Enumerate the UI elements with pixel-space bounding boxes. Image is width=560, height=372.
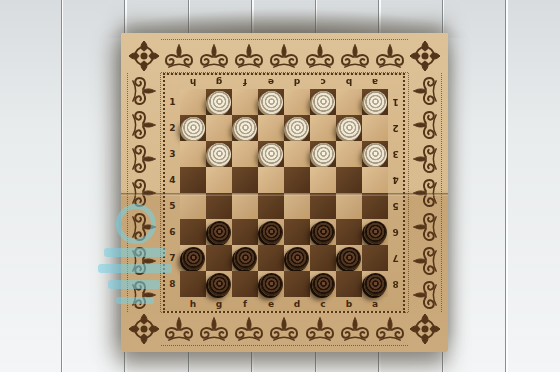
square-h4[interactable] xyxy=(180,167,206,193)
square-a3[interactable] xyxy=(362,141,388,167)
white-man-h2[interactable] xyxy=(182,117,205,140)
file-label-h: h xyxy=(180,297,206,311)
file-label-g: g xyxy=(206,297,232,311)
square-b4[interactable] xyxy=(336,167,362,193)
square-f2[interactable] xyxy=(232,115,258,141)
square-g2[interactable] xyxy=(206,115,232,141)
scroll-ornament-motif xyxy=(412,278,438,311)
square-h7[interactable] xyxy=(180,245,206,271)
square-d5[interactable] xyxy=(284,193,310,219)
square-e6[interactable] xyxy=(258,219,284,245)
file-label-b: b xyxy=(336,297,362,311)
scroll-ornament-motif xyxy=(338,43,372,69)
black-man-d7[interactable] xyxy=(286,247,309,270)
file-label-d: d xyxy=(284,75,310,89)
scroll-ornament-motif xyxy=(373,316,407,342)
board-fold-hinge xyxy=(121,193,448,196)
black-man-a6[interactable] xyxy=(364,221,387,244)
square-d3[interactable] xyxy=(284,141,310,167)
square-c6[interactable] xyxy=(310,219,336,245)
square-c2[interactable] xyxy=(310,115,336,141)
rank-label-8: 8 xyxy=(165,271,180,297)
black-man-f7[interactable] xyxy=(234,247,257,270)
square-c1[interactable] xyxy=(310,89,336,115)
square-c7[interactable] xyxy=(310,245,336,271)
scroll-ornament-motif xyxy=(412,108,438,141)
file-label-c: c xyxy=(310,297,336,311)
rank-label-4: 4 xyxy=(388,167,403,193)
square-f5[interactable] xyxy=(232,193,258,219)
scroll-ornament-motif xyxy=(412,142,438,175)
corner-rosette-icon xyxy=(408,39,442,73)
scroll-ornament-motif xyxy=(303,316,337,342)
square-e1[interactable] xyxy=(258,89,284,115)
ornament-band-bottom xyxy=(161,312,408,346)
rank-label-3: 3 xyxy=(388,141,403,167)
file-labels-bottom: hgfedcba xyxy=(180,297,388,311)
scroll-ornament-motif xyxy=(303,43,337,69)
square-a1[interactable] xyxy=(362,89,388,115)
square-a5[interactable] xyxy=(362,193,388,219)
black-man-g8[interactable] xyxy=(208,273,231,296)
white-man-c3[interactable] xyxy=(312,143,335,166)
square-h6[interactable] xyxy=(180,219,206,245)
square-e4[interactable] xyxy=(258,167,284,193)
scroll-ornament-motif xyxy=(131,108,157,141)
scroll-ornament-motif xyxy=(131,74,157,108)
square-a2[interactable] xyxy=(362,115,388,141)
white-man-g1[interactable] xyxy=(208,91,231,114)
file-labels-top: hgfedcba xyxy=(180,75,388,89)
scroll-ornament-motif xyxy=(412,74,438,107)
square-f8[interactable] xyxy=(232,271,258,297)
square-f7[interactable] xyxy=(232,245,258,271)
square-d8[interactable] xyxy=(284,271,310,297)
scroll-ornament-motif xyxy=(162,316,196,342)
black-man-e8[interactable] xyxy=(260,273,283,296)
rank-label-1: 1 xyxy=(165,89,180,115)
square-a4[interactable] xyxy=(362,167,388,193)
square-h8[interactable] xyxy=(180,271,206,297)
scroll-ornament-motif xyxy=(131,244,157,278)
scroll-ornament-motif xyxy=(131,244,157,277)
square-b8[interactable] xyxy=(336,271,362,297)
square-f4[interactable] xyxy=(232,167,258,193)
scroll-ornament-motif xyxy=(412,74,438,108)
square-e3[interactable] xyxy=(258,141,284,167)
file-label-e: e xyxy=(258,75,284,89)
white-man-d2[interactable] xyxy=(286,117,309,140)
square-d4[interactable] xyxy=(284,167,310,193)
square-d7[interactable] xyxy=(284,245,310,271)
scroll-ornament-motif xyxy=(267,43,301,69)
square-d1[interactable] xyxy=(284,89,310,115)
white-man-a3[interactable] xyxy=(364,143,387,166)
file-label-f: f xyxy=(232,297,258,311)
corner-rosette-icon xyxy=(127,39,161,73)
rank-label-2: 2 xyxy=(388,115,403,141)
black-man-b7[interactable] xyxy=(338,247,361,270)
square-b2[interactable] xyxy=(336,115,362,141)
white-man-e1[interactable] xyxy=(260,91,283,114)
file-label-g: g xyxy=(206,75,232,89)
square-g1[interactable] xyxy=(206,89,232,115)
square-d6[interactable] xyxy=(284,219,310,245)
square-a7[interactable] xyxy=(362,245,388,271)
scroll-ornament-motif xyxy=(131,210,157,244)
square-h3[interactable] xyxy=(180,141,206,167)
file-label-b: b xyxy=(336,75,362,89)
scroll-ornament-motif xyxy=(412,244,438,278)
black-man-e6[interactable] xyxy=(260,221,283,244)
rank-label-1: 1 xyxy=(388,89,403,115)
white-man-a1[interactable] xyxy=(364,91,387,114)
square-g5[interactable] xyxy=(206,193,232,219)
square-h5[interactable] xyxy=(180,193,206,219)
file-label-h: h xyxy=(180,75,206,89)
scroll-ornament-motif xyxy=(373,43,407,69)
square-e8[interactable] xyxy=(258,271,284,297)
rank-label-5: 5 xyxy=(388,193,403,219)
white-man-c1[interactable] xyxy=(312,91,335,114)
scroll-ornament-motif xyxy=(412,210,438,244)
black-man-h7[interactable] xyxy=(182,247,205,270)
scroll-ornament-motif xyxy=(232,43,266,69)
square-g8[interactable] xyxy=(206,271,232,297)
file-label-d: d xyxy=(284,297,310,311)
square-b6[interactable] xyxy=(336,219,362,245)
square-b3[interactable] xyxy=(336,141,362,167)
square-e2[interactable] xyxy=(258,115,284,141)
white-man-b2[interactable] xyxy=(338,117,361,140)
square-g7[interactable] xyxy=(206,245,232,271)
scroll-ornament-motif xyxy=(197,316,231,342)
square-g3[interactable] xyxy=(206,141,232,167)
scroll-ornament-motif xyxy=(412,244,438,277)
scroll-ornament-motif xyxy=(131,74,157,107)
file-label-a: a xyxy=(362,297,388,311)
scroll-ornament-motif xyxy=(232,316,266,342)
square-g6[interactable] xyxy=(206,219,232,245)
black-man-a8[interactable] xyxy=(364,273,387,296)
square-c5[interactable] xyxy=(310,193,336,219)
square-f3[interactable] xyxy=(232,141,258,167)
square-b7[interactable] xyxy=(336,245,362,271)
square-b1[interactable] xyxy=(336,89,362,115)
black-man-c8[interactable] xyxy=(312,273,335,296)
checkers-board: hgfedcba 12345678 12345678 hgfedcba xyxy=(121,33,448,352)
rank-label-3: 3 xyxy=(165,141,180,167)
square-d2[interactable] xyxy=(284,115,310,141)
white-man-e3[interactable] xyxy=(260,143,283,166)
photo-scene: hgfedcba 12345678 12345678 hgfedcba xyxy=(0,0,560,372)
scroll-ornament-motif xyxy=(338,316,372,342)
corner-rosette-icon xyxy=(127,312,161,346)
scroll-ornament-motif xyxy=(131,142,157,176)
corner-rosette-icon xyxy=(408,312,442,346)
rank-label-5: 5 xyxy=(165,193,180,219)
scroll-ornament-motif xyxy=(131,278,157,311)
black-man-c6[interactable] xyxy=(312,221,335,244)
black-man-g6[interactable] xyxy=(208,221,231,244)
rank-label-7: 7 xyxy=(165,245,180,271)
scroll-ornament-motif xyxy=(412,142,438,176)
ornament-band-top xyxy=(161,39,408,73)
square-c3[interactable] xyxy=(310,141,336,167)
square-b5[interactable] xyxy=(336,193,362,219)
file-label-f: f xyxy=(232,75,258,89)
white-man-g3[interactable] xyxy=(208,143,231,166)
square-c4[interactable] xyxy=(310,167,336,193)
square-h1[interactable] xyxy=(180,89,206,115)
scroll-ornament-motif xyxy=(267,316,301,342)
square-e7[interactable] xyxy=(258,245,284,271)
scroll-ornament-motif xyxy=(131,278,157,312)
square-c8[interactable] xyxy=(310,271,336,297)
scroll-ornament-motif xyxy=(412,210,438,243)
rank-label-4: 4 xyxy=(165,167,180,193)
file-label-c: c xyxy=(310,75,336,89)
rank-label-7: 7 xyxy=(388,245,403,271)
square-f6[interactable] xyxy=(232,219,258,245)
scroll-ornament-motif xyxy=(412,278,438,312)
square-a6[interactable] xyxy=(362,219,388,245)
rank-label-6: 6 xyxy=(165,219,180,245)
scroll-ornament-motif xyxy=(412,108,438,142)
scroll-ornament-motif xyxy=(162,43,196,69)
rank-label-2: 2 xyxy=(165,115,180,141)
square-h2[interactable] xyxy=(180,115,206,141)
rank-label-8: 8 xyxy=(388,271,403,297)
scroll-ornament-motif xyxy=(131,142,157,175)
file-label-a: a xyxy=(362,75,388,89)
square-a8[interactable] xyxy=(362,271,388,297)
square-e5[interactable] xyxy=(258,193,284,219)
white-man-f2[interactable] xyxy=(234,117,257,140)
scroll-ornament-motif xyxy=(131,210,157,243)
square-f1[interactable] xyxy=(232,89,258,115)
square-g4[interactable] xyxy=(206,167,232,193)
file-label-e: e xyxy=(258,297,284,311)
scroll-ornament-motif xyxy=(197,43,231,69)
scroll-ornament-motif xyxy=(131,108,157,142)
rank-label-6: 6 xyxy=(388,219,403,245)
